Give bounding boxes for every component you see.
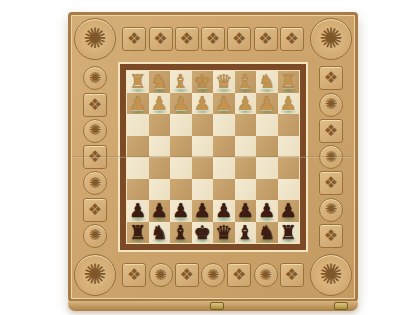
brass-clasp-icon [334, 302, 348, 310]
square-e8[interactable]: ♚ [192, 222, 214, 244]
carved-rosette-icon: ✺ [83, 224, 107, 248]
square-e5[interactable] [192, 157, 214, 179]
square-g4[interactable] [149, 136, 171, 158]
square-b8[interactable]: ♞ [256, 222, 278, 244]
carved-diamond-icon: ❖ [122, 263, 146, 287]
square-c3[interactable] [235, 114, 257, 136]
square-f8[interactable]: ♝ [170, 222, 192, 244]
black-bishop[interactable]: ♝ [170, 222, 192, 244]
black-pawn[interactable]: ♟ [170, 200, 192, 222]
carved-diamond-icon: ❖ [149, 27, 173, 51]
carved-diamond-icon: ❖ [227, 27, 251, 51]
square-b4[interactable] [256, 136, 278, 158]
carved-diamond-icon: ❖ [83, 198, 107, 222]
carved-diamond-icon: ❖ [83, 145, 107, 169]
box-front-edge [68, 301, 358, 311]
square-f6[interactable] [170, 179, 192, 201]
square-b3[interactable] [256, 114, 278, 136]
carved-rosette-icon: ✺ [201, 263, 225, 287]
square-c8[interactable]: ♝ [235, 222, 257, 244]
white-pawn[interactable]: ♟ [278, 93, 300, 115]
white-bishop[interactable]: ♝ [235, 71, 257, 93]
carved-diamond-icon: ❖ [319, 66, 343, 90]
square-f1[interactable]: ♝ [170, 71, 192, 93]
carved-diamond-icon: ❖ [83, 93, 107, 117]
square-d7[interactable]: ♟ [213, 200, 235, 222]
square-c4[interactable] [235, 136, 257, 158]
black-knight[interactable]: ♞ [149, 222, 171, 244]
carved-rosette-icon: ✺ [83, 119, 107, 143]
square-e3[interactable] [192, 114, 214, 136]
carved-rosette-icon: ✺ [310, 18, 352, 60]
square-b7[interactable]: ♟ [256, 200, 278, 222]
carved-border-right: ❖✺❖✺❖✺❖ [310, 64, 352, 250]
carved-rosette-icon: ✺ [74, 18, 116, 60]
square-g5[interactable] [149, 157, 171, 179]
carved-rosette-icon: ✺ [319, 93, 343, 117]
black-pawn[interactable]: ♟ [256, 200, 278, 222]
square-b5[interactable] [256, 157, 278, 179]
white-pawn[interactable]: ♟ [213, 93, 235, 115]
square-d1[interactable]: ♛ [213, 71, 235, 93]
carved-diamond-icon: ❖ [319, 224, 343, 248]
square-d2[interactable]: ♟ [213, 93, 235, 115]
white-pawn[interactable]: ♟ [127, 93, 149, 115]
black-pawn[interactable]: ♟ [149, 200, 171, 222]
white-rook[interactable]: ♜ [278, 71, 300, 93]
white-pawn[interactable]: ♟ [149, 93, 171, 115]
square-h1[interactable]: ♜ [127, 71, 149, 93]
carved-rosette-icon: ✺ [149, 263, 173, 287]
carved-rosette-icon: ✺ [319, 198, 343, 222]
black-rook[interactable]: ♜ [278, 222, 300, 244]
carved-rosette-icon: ✺ [83, 66, 107, 90]
carved-border-bottom: ❖✺❖✺❖✺❖ [120, 254, 306, 296]
black-pawn[interactable]: ♟ [235, 200, 257, 222]
square-g1[interactable]: ♞ [149, 71, 171, 93]
black-knight[interactable]: ♞ [256, 222, 278, 244]
carved-rosette-icon: ✺ [319, 145, 343, 169]
square-f2[interactable]: ♟ [170, 93, 192, 115]
square-a6[interactable] [278, 179, 300, 201]
square-c6[interactable] [235, 179, 257, 201]
square-b6[interactable] [256, 179, 278, 201]
carved-diamond-icon: ❖ [175, 27, 199, 51]
square-a3[interactable] [278, 114, 300, 136]
square-c2[interactable]: ♟ [235, 93, 257, 115]
square-h3[interactable] [127, 114, 149, 136]
square-d8[interactable]: ♛ [213, 222, 235, 244]
square-a5[interactable] [278, 157, 300, 179]
white-pawn[interactable]: ♟ [192, 93, 214, 115]
carved-border-left: ✺❖✺❖✺❖✺ [74, 64, 116, 250]
square-e1[interactable]: ♚ [192, 71, 214, 93]
white-pawn[interactable]: ♟ [256, 93, 278, 115]
square-d6[interactable] [213, 179, 235, 201]
carved-diamond-icon: ❖ [175, 263, 199, 287]
square-h7[interactable]: ♟ [127, 200, 149, 222]
carved-diamond-icon: ❖ [280, 263, 304, 287]
square-e2[interactable]: ♟ [192, 93, 214, 115]
carved-border-top: ❖❖❖❖❖❖❖ [120, 18, 306, 60]
square-f3[interactable] [170, 114, 192, 136]
brass-clasp-icon [210, 302, 224, 310]
square-h8[interactable]: ♜ [127, 222, 149, 244]
white-king[interactable]: ♚ [192, 71, 214, 93]
carved-rosette-icon: ✺ [83, 171, 107, 195]
square-c1[interactable]: ♝ [235, 71, 257, 93]
white-pawn[interactable]: ♟ [235, 93, 257, 115]
square-h2[interactable]: ♟ [127, 93, 149, 115]
chess-set-photo: ✺ ✺ ✺ ✺ ❖❖❖❖❖❖❖ ❖✺❖✺❖✺❖ ✺❖✺❖✺❖✺ ❖✺❖✺❖✺❖ … [0, 0, 420, 315]
square-g7[interactable]: ♟ [149, 200, 171, 222]
square-a2[interactable]: ♟ [278, 93, 300, 115]
chess-board: ♜♞♝♚♛♝♞♜♟♟♟♟♟♟♟♟♟♟♟♟♟♟♟♟♜♞♝♚♛♝♞♜ [127, 71, 299, 243]
carved-rosette-icon: ✺ [310, 254, 352, 296]
square-d3[interactable] [213, 114, 235, 136]
carved-diamond-icon: ❖ [319, 171, 343, 195]
carved-diamond-icon: ❖ [122, 27, 146, 51]
carved-diamond-icon: ❖ [254, 27, 278, 51]
square-h6[interactable] [127, 179, 149, 201]
square-d5[interactable] [213, 157, 235, 179]
square-e7[interactable]: ♟ [192, 200, 214, 222]
white-knight[interactable]: ♞ [256, 71, 278, 93]
square-d4[interactable] [213, 136, 235, 158]
carved-diamond-icon: ❖ [227, 263, 251, 287]
square-e6[interactable] [192, 179, 214, 201]
white-knight[interactable]: ♞ [149, 71, 171, 93]
white-pawn[interactable]: ♟ [170, 93, 192, 115]
square-a1[interactable]: ♜ [278, 71, 300, 93]
square-c5[interactable] [235, 157, 257, 179]
black-pawn[interactable]: ♟ [127, 200, 149, 222]
square-g2[interactable]: ♟ [149, 93, 171, 115]
square-a8[interactable]: ♜ [278, 222, 300, 244]
black-pawn[interactable]: ♟ [213, 200, 235, 222]
square-f5[interactable] [170, 157, 192, 179]
square-a4[interactable] [278, 136, 300, 158]
square-g3[interactable] [149, 114, 171, 136]
chess-box: ✺ ✺ ✺ ✺ ❖❖❖❖❖❖❖ ❖✺❖✺❖✺❖ ✺❖✺❖✺❖✺ ❖✺❖✺❖✺❖ … [68, 12, 358, 302]
white-queen[interactable]: ♛ [213, 71, 235, 93]
square-f7[interactable]: ♟ [170, 200, 192, 222]
white-rook[interactable]: ♜ [127, 71, 149, 93]
square-e4[interactable] [192, 136, 214, 158]
square-g6[interactable] [149, 179, 171, 201]
black-rook[interactable]: ♜ [127, 222, 149, 244]
black-pawn[interactable]: ♟ [192, 200, 214, 222]
carved-rosette-icon: ✺ [74, 254, 116, 296]
square-a7[interactable]: ♟ [278, 200, 300, 222]
carved-rosette-icon: ✺ [254, 263, 278, 287]
square-b1[interactable]: ♞ [256, 71, 278, 93]
carved-diamond-icon: ❖ [280, 27, 304, 51]
black-king[interactable]: ♚ [192, 222, 214, 244]
square-h4[interactable] [127, 136, 149, 158]
white-bishop[interactable]: ♝ [170, 71, 192, 93]
playing-field-frame: ♜♞♝♚♛♝♞♜♟♟♟♟♟♟♟♟♟♟♟♟♟♟♟♟♜♞♝♚♛♝♞♜ [120, 64, 306, 250]
black-queen[interactable]: ♛ [213, 222, 235, 244]
carved-diamond-icon: ❖ [201, 27, 225, 51]
square-c7[interactable]: ♟ [235, 200, 257, 222]
square-f4[interactable] [170, 136, 192, 158]
carved-diamond-icon: ❖ [319, 119, 343, 143]
square-h5[interactable] [127, 157, 149, 179]
square-g8[interactable]: ♞ [149, 222, 171, 244]
black-bishop[interactable]: ♝ [235, 222, 257, 244]
square-b2[interactable]: ♟ [256, 93, 278, 115]
black-pawn[interactable]: ♟ [278, 200, 300, 222]
